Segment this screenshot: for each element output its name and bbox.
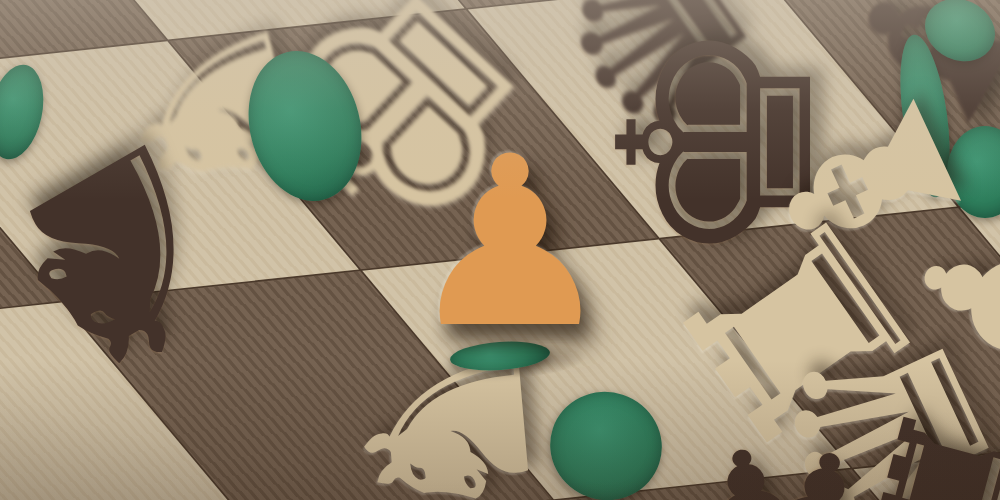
white-pawn-standing[interactable]: ♟ — [405, 125, 616, 360]
pieces-layer: ♞♞♚♛♚♝♝♜♟♛♜♞♟♟♟ — [0, 0, 1000, 500]
chess-photo-scene: ♞♞♚♛♚♝♝♜♟♛♜♞♟♟♟ — [0, 0, 1000, 500]
